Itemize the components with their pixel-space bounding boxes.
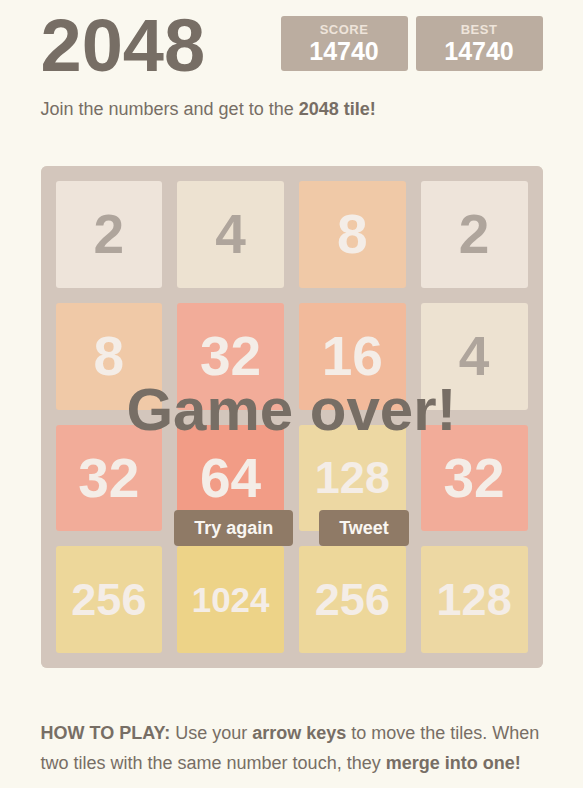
- try-again-button[interactable]: Try again: [174, 510, 293, 546]
- how-to-play-text: HOW TO PLAY: Use your arrow keys to move…: [41, 718, 543, 778]
- game-over-message: Game over!: [41, 368, 543, 452]
- page-container: 2048 SCORE 14740 BEST 14740 Join the num…: [41, 0, 543, 778]
- score-box: SCORE 14740: [281, 16, 408, 71]
- header: 2048 SCORE 14740 BEST 14740: [41, 12, 543, 80]
- best-label: BEST: [438, 23, 521, 37]
- game-over-overlay: Game over! Try again Tweet: [41, 166, 543, 668]
- scores-container: SCORE 14740 BEST 14740: [281, 16, 543, 71]
- best-value: 14740: [438, 37, 521, 66]
- best-box: BEST 14740: [416, 16, 543, 71]
- subtitle-goal: 2048 tile!: [299, 99, 376, 119]
- merge-label: merge into one!: [386, 753, 521, 773]
- score-label: SCORE: [303, 23, 386, 37]
- game-over-buttons: Try again Tweet: [41, 510, 543, 546]
- app-title: 2048: [41, 12, 206, 80]
- score-value: 14740: [303, 37, 386, 66]
- game-board-wrapper: 2 4 8 2 8 32 16 4 32 64 128 32 256 1024 …: [41, 166, 543, 668]
- subtitle: Join the numbers and get to the 2048 til…: [41, 98, 543, 120]
- arrow-keys-label: arrow keys: [252, 723, 346, 743]
- how-to-play-label: HOW TO PLAY:: [41, 723, 171, 743]
- tweet-button[interactable]: Tweet: [319, 510, 409, 546]
- subtitle-text: Join the numbers and get to the: [41, 99, 299, 119]
